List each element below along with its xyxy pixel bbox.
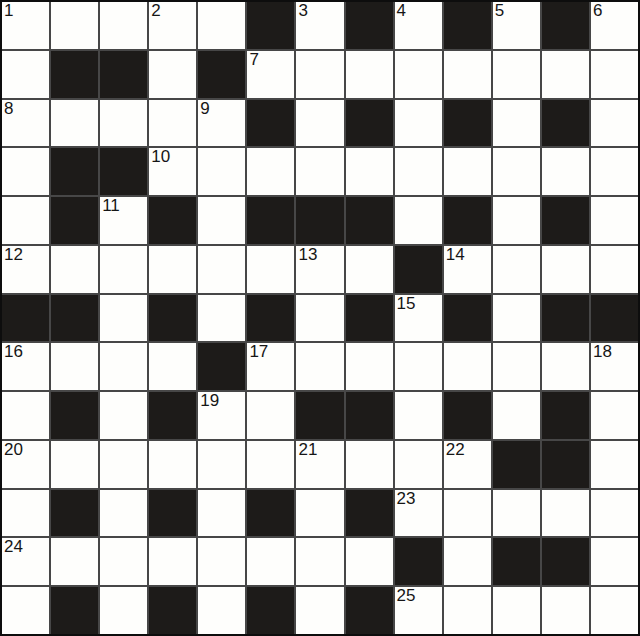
- cell-9-1[interactable]: [51, 441, 98, 488]
- cell-3-11[interactable]: [542, 148, 589, 195]
- cell-5-9[interactable]: 14: [444, 246, 491, 293]
- block-4-5: [247, 197, 294, 244]
- cell-7-7[interactable]: [346, 343, 393, 390]
- cell-12-12[interactable]: [591, 587, 638, 634]
- block-1-4: [198, 51, 245, 98]
- block-8-9: [444, 392, 491, 439]
- block-11-8: [395, 538, 442, 585]
- block-12-1: [51, 587, 98, 634]
- cell-9-7[interactable]: [346, 441, 393, 488]
- cell-5-7[interactable]: [346, 246, 393, 293]
- block-3-1: [51, 148, 98, 195]
- block-1-2: [100, 51, 147, 98]
- cell-11-3[interactable]: [149, 538, 196, 585]
- cell-10-9[interactable]: [444, 490, 491, 537]
- cell-1-6[interactable]: [296, 51, 343, 98]
- cell-7-5[interactable]: 17: [247, 343, 294, 390]
- cell-5-12[interactable]: [591, 246, 638, 293]
- cell-7-10[interactable]: [493, 343, 540, 390]
- clue-number: 9: [200, 100, 209, 117]
- cell-5-1[interactable]: [51, 246, 98, 293]
- clue-number: 14: [446, 246, 465, 263]
- clue-number: 25: [397, 587, 416, 604]
- cell-6-4[interactable]: [198, 295, 245, 342]
- cell-11-9[interactable]: [444, 538, 491, 585]
- cell-7-11[interactable]: [542, 343, 589, 390]
- block-8-7: [346, 392, 393, 439]
- block-2-11: [542, 100, 589, 147]
- cell-7-0[interactable]: 16: [2, 343, 49, 390]
- cell-12-4[interactable]: [198, 587, 245, 634]
- cell-11-6[interactable]: [296, 538, 343, 585]
- cell-12-10[interactable]: [493, 587, 540, 634]
- cell-3-5[interactable]: [247, 148, 294, 195]
- cell-2-4[interactable]: 9: [198, 100, 245, 147]
- block-0-11: [542, 2, 589, 49]
- clue-number: 4: [397, 2, 406, 19]
- cell-12-11[interactable]: [542, 587, 589, 634]
- clue-number: 23: [397, 490, 416, 507]
- block-2-7: [346, 100, 393, 147]
- block-6-0: [2, 295, 49, 342]
- cell-2-8[interactable]: [395, 100, 442, 147]
- cell-0-10[interactable]: 5: [493, 2, 540, 49]
- cell-0-8[interactable]: 4: [395, 2, 442, 49]
- cell-5-4[interactable]: [198, 246, 245, 293]
- cell-2-10[interactable]: [493, 100, 540, 147]
- block-6-3: [149, 295, 196, 342]
- block-6-7: [346, 295, 393, 342]
- cell-2-6[interactable]: [296, 100, 343, 147]
- cell-3-9[interactable]: [444, 148, 491, 195]
- cell-7-6[interactable]: [296, 343, 343, 390]
- clue-number: 2: [151, 2, 160, 19]
- cell-4-0[interactable]: [2, 197, 49, 244]
- cell-11-5[interactable]: [247, 538, 294, 585]
- clue-number: 10: [151, 148, 170, 165]
- cell-3-3[interactable]: 10: [149, 148, 196, 195]
- block-2-5: [247, 100, 294, 147]
- cell-11-7[interactable]: [346, 538, 393, 585]
- block-10-1: [51, 490, 98, 537]
- clue-number: 20: [4, 441, 23, 458]
- cell-4-12[interactable]: [591, 197, 638, 244]
- cell-9-8[interactable]: [395, 441, 442, 488]
- cell-12-2[interactable]: [100, 587, 147, 634]
- block-8-1: [51, 392, 98, 439]
- cell-4-8[interactable]: [395, 197, 442, 244]
- cell-7-9[interactable]: [444, 343, 491, 390]
- clue-number: 21: [298, 441, 317, 458]
- clue-number: 8: [4, 100, 13, 117]
- cell-3-12[interactable]: [591, 148, 638, 195]
- cell-3-4[interactable]: [198, 148, 245, 195]
- block-0-5: [247, 2, 294, 49]
- block-9-11: [542, 441, 589, 488]
- cell-2-2[interactable]: [100, 100, 147, 147]
- crossword-grid: 1234567891011121314151617181920212223242…: [0, 0, 640, 636]
- block-12-3: [149, 587, 196, 634]
- cell-8-10[interactable]: [493, 392, 540, 439]
- cell-8-2[interactable]: [100, 392, 147, 439]
- block-12-7: [346, 587, 393, 634]
- cell-12-8[interactable]: 25: [395, 587, 442, 634]
- cell-9-3[interactable]: [149, 441, 196, 488]
- cell-8-0[interactable]: [2, 392, 49, 439]
- clue-number: 1: [4, 2, 13, 19]
- cell-10-8[interactable]: 23: [395, 490, 442, 537]
- cell-12-9[interactable]: [444, 587, 491, 634]
- cell-6-6[interactable]: [296, 295, 343, 342]
- block-4-7: [346, 197, 393, 244]
- clue-number: 6: [593, 2, 602, 19]
- clue-number: 7: [249, 51, 258, 68]
- cell-3-0[interactable]: [2, 148, 49, 195]
- cell-9-2[interactable]: [100, 441, 147, 488]
- cell-1-0[interactable]: [2, 51, 49, 98]
- block-0-9: [444, 2, 491, 49]
- cell-5-0[interactable]: 12: [2, 246, 49, 293]
- block-12-5: [247, 587, 294, 634]
- block-6-12: [591, 295, 638, 342]
- block-4-6: [296, 197, 343, 244]
- cell-11-2[interactable]: [100, 538, 147, 585]
- block-6-1: [51, 295, 98, 342]
- cell-10-4[interactable]: [198, 490, 245, 537]
- cell-1-12[interactable]: [591, 51, 638, 98]
- cell-7-1[interactable]: [51, 343, 98, 390]
- cell-11-12[interactable]: [591, 538, 638, 585]
- cell-1-9[interactable]: [444, 51, 491, 98]
- block-8-11: [542, 392, 589, 439]
- cell-9-9[interactable]: 22: [444, 441, 491, 488]
- block-6-11: [542, 295, 589, 342]
- cell-5-2[interactable]: [100, 246, 147, 293]
- block-6-9: [444, 295, 491, 342]
- clue-number: 13: [298, 246, 317, 263]
- cell-6-8[interactable]: 15: [395, 295, 442, 342]
- cell-10-0[interactable]: [2, 490, 49, 537]
- cell-7-8[interactable]: [395, 343, 442, 390]
- cell-5-11[interactable]: [542, 246, 589, 293]
- cell-11-0[interactable]: 24: [2, 538, 49, 585]
- block-8-3: [149, 392, 196, 439]
- block-10-7: [346, 490, 393, 537]
- clue-number: 3: [298, 2, 307, 19]
- block-5-8: [395, 246, 442, 293]
- cell-9-0[interactable]: 20: [2, 441, 49, 488]
- block-0-7: [346, 2, 393, 49]
- cell-1-3[interactable]: [149, 51, 196, 98]
- cell-6-10[interactable]: [493, 295, 540, 342]
- cell-10-11[interactable]: [542, 490, 589, 537]
- block-8-6: [296, 392, 343, 439]
- cell-5-3[interactable]: [149, 246, 196, 293]
- cell-9-6[interactable]: 21: [296, 441, 343, 488]
- block-2-9: [444, 100, 491, 147]
- block-10-5: [247, 490, 294, 537]
- block-4-9: [444, 197, 491, 244]
- cell-1-5[interactable]: 7: [247, 51, 294, 98]
- cell-4-4[interactable]: [198, 197, 245, 244]
- block-1-1: [51, 51, 98, 98]
- clue-number: 17: [249, 343, 268, 360]
- cell-4-10[interactable]: [493, 197, 540, 244]
- cell-2-12[interactable]: [591, 100, 638, 147]
- cell-7-3[interactable]: [149, 343, 196, 390]
- cell-0-6[interactable]: 3: [296, 2, 343, 49]
- cell-10-10[interactable]: [493, 490, 540, 537]
- cell-10-6[interactable]: [296, 490, 343, 537]
- clue-number: 19: [200, 392, 219, 409]
- block-4-11: [542, 197, 589, 244]
- clue-number: 15: [397, 295, 416, 312]
- cell-9-4[interactable]: [198, 441, 245, 488]
- clue-number: 18: [593, 343, 612, 360]
- clue-number: 16: [4, 343, 23, 360]
- cell-0-1[interactable]: [51, 2, 98, 49]
- cell-0-0[interactable]: 1: [2, 2, 49, 49]
- cell-4-2[interactable]: 11: [100, 197, 147, 244]
- clue-number: 12: [4, 246, 23, 263]
- cell-1-10[interactable]: [493, 51, 540, 98]
- block-10-3: [149, 490, 196, 537]
- cell-7-12[interactable]: 18: [591, 343, 638, 390]
- block-4-1: [51, 197, 98, 244]
- cell-1-7[interactable]: [346, 51, 393, 98]
- block-11-11: [542, 538, 589, 585]
- cell-1-11[interactable]: [542, 51, 589, 98]
- cell-0-2[interactable]: [100, 2, 147, 49]
- block-4-3: [149, 197, 196, 244]
- cell-5-6[interactable]: 13: [296, 246, 343, 293]
- cell-9-12[interactable]: [591, 441, 638, 488]
- cell-8-8[interactable]: [395, 392, 442, 439]
- cell-5-5[interactable]: [247, 246, 294, 293]
- cell-12-6[interactable]: [296, 587, 343, 634]
- block-7-4: [198, 343, 245, 390]
- cell-2-1[interactable]: [51, 100, 98, 147]
- cell-3-10[interactable]: [493, 148, 540, 195]
- cell-10-12[interactable]: [591, 490, 638, 537]
- cell-9-5[interactable]: [247, 441, 294, 488]
- clue-number: 11: [102, 197, 120, 214]
- cell-8-12[interactable]: [591, 392, 638, 439]
- cell-5-10[interactable]: [493, 246, 540, 293]
- block-11-10: [493, 538, 540, 585]
- cell-6-2[interactable]: [100, 295, 147, 342]
- cell-11-4[interactable]: [198, 538, 245, 585]
- block-9-10: [493, 441, 540, 488]
- cell-3-8[interactable]: [395, 148, 442, 195]
- cell-1-8[interactable]: [395, 51, 442, 98]
- cell-3-6[interactable]: [296, 148, 343, 195]
- clue-number: 24: [4, 538, 23, 555]
- cell-2-3[interactable]: [149, 100, 196, 147]
- cell-0-3[interactable]: 2: [149, 2, 196, 49]
- cell-12-0[interactable]: [2, 587, 49, 634]
- cell-8-4[interactable]: 19: [198, 392, 245, 439]
- clue-number: 22: [446, 441, 465, 458]
- block-3-2: [100, 148, 147, 195]
- clue-number: 5: [495, 2, 504, 19]
- block-6-5: [247, 295, 294, 342]
- cell-2-0[interactable]: 8: [2, 100, 49, 147]
- cell-7-2[interactable]: [100, 343, 147, 390]
- cell-0-12[interactable]: 6: [591, 2, 638, 49]
- cell-10-2[interactable]: [100, 490, 147, 537]
- cell-8-5[interactable]: [247, 392, 294, 439]
- cell-0-4[interactable]: [198, 2, 245, 49]
- cell-3-7[interactable]: [346, 148, 393, 195]
- cell-11-1[interactable]: [51, 538, 98, 585]
